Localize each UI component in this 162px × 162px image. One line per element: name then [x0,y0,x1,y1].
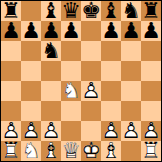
chess-board: ♜♝♛♚♝♞♜♟♟♟♟♟♟♟♞♞♘♟♙♟♙♟♙♟♙♟♙♟♙♟♙♜♖♞♘♝♗♛♕♚… [0,0,162,162]
square-c1[interactable]: ♝♗ [41,141,61,161]
square-h4[interactable] [141,81,161,101]
square-h6[interactable] [141,41,161,61]
piece-black-pawn[interactable]: ♟ [41,21,61,41]
square-f8[interactable]: ♝ [101,1,121,21]
square-g8[interactable]: ♞ [121,1,141,21]
piece-black-pawn[interactable]: ♟ [141,21,161,41]
square-g4[interactable] [121,81,141,101]
piece-outline: ♘ [21,141,41,161]
piece-outline: ♖ [141,141,161,161]
square-c4[interactable] [41,81,61,101]
square-c6[interactable]: ♞ [41,41,61,61]
square-g7[interactable]: ♟ [121,21,141,41]
piece-white-knight[interactable]: ♞♘ [61,81,81,101]
square-d3[interactable] [61,101,81,121]
square-d6[interactable] [61,41,81,61]
piece-outline: ♘ [61,81,81,101]
square-f1[interactable]: ♝♗ [101,141,121,161]
square-e7[interactable] [81,21,101,41]
piece-black-bishop[interactable]: ♝ [101,1,121,21]
piece-white-pawn[interactable]: ♟♙ [21,121,41,141]
piece-white-bishop[interactable]: ♝♗ [41,141,61,161]
piece-outline: ♔ [81,141,101,161]
square-e1[interactable]: ♚♔ [81,141,101,161]
piece-black-rook[interactable]: ♜ [1,1,21,21]
piece-outline: ♙ [21,121,41,141]
square-e6[interactable] [81,41,101,61]
square-a3[interactable] [1,101,21,121]
piece-outline: ♕ [61,141,81,161]
square-f5[interactable] [101,61,121,81]
square-e3[interactable] [81,101,101,121]
piece-black-pawn[interactable]: ♟ [101,21,121,41]
piece-black-pawn[interactable]: ♟ [121,21,141,41]
piece-white-king[interactable]: ♚♔ [81,141,101,161]
piece-black-knight[interactable]: ♞ [121,1,141,21]
square-c3[interactable] [41,101,61,121]
square-d8[interactable]: ♛ [61,1,81,21]
square-g5[interactable] [121,61,141,81]
square-d7[interactable]: ♟ [61,21,81,41]
piece-black-pawn[interactable]: ♟ [61,21,81,41]
square-d5[interactable] [61,61,81,81]
square-d1[interactable]: ♛♕ [61,141,81,161]
piece-white-pawn[interactable]: ♟♙ [41,121,61,141]
piece-white-pawn[interactable]: ♟♙ [1,121,21,141]
square-c8[interactable]: ♝ [41,1,61,21]
piece-outline: ♙ [121,121,141,141]
square-a7[interactable]: ♟ [1,21,21,41]
square-g6[interactable] [121,41,141,61]
piece-white-pawn[interactable]: ♟♙ [141,121,161,141]
piece-black-queen[interactable]: ♛ [61,1,81,21]
square-b7[interactable]: ♟ [21,21,41,41]
piece-white-pawn[interactable]: ♟♙ [101,121,121,141]
square-e2[interactable] [81,121,101,141]
chess-board-wrapper: ♜♝♛♚♝♞♜♟♟♟♟♟♟♟♞♞♘♟♙♟♙♟♙♟♙♟♙♟♙♟♙♜♖♞♘♝♗♛♕♚… [0,0,162,162]
square-a4[interactable] [1,81,21,101]
piece-black-knight[interactable]: ♞ [41,41,61,61]
piece-white-knight[interactable]: ♞♘ [21,141,41,161]
square-h8[interactable]: ♜ [141,1,161,21]
piece-outline: ♗ [101,141,121,161]
square-h7[interactable]: ♟ [141,21,161,41]
square-d4[interactable]: ♞♘ [61,81,81,101]
square-f7[interactable]: ♟ [101,21,121,41]
square-a1[interactable]: ♜♖ [1,141,21,161]
square-b1[interactable]: ♞♘ [21,141,41,161]
square-a5[interactable] [1,61,21,81]
square-f2[interactable]: ♟♙ [101,121,121,141]
piece-outline: ♙ [1,121,21,141]
square-c7[interactable]: ♟ [41,21,61,41]
square-f4[interactable] [101,81,121,101]
square-h2[interactable]: ♟♙ [141,121,161,141]
square-c2[interactable]: ♟♙ [41,121,61,141]
square-e4[interactable]: ♟♙ [81,81,101,101]
square-e5[interactable] [81,61,101,81]
square-b8[interactable] [21,1,41,21]
square-b5[interactable] [21,61,41,81]
square-a6[interactable] [1,41,21,61]
square-f6[interactable] [101,41,121,61]
piece-black-rook[interactable]: ♜ [141,1,161,21]
square-f3[interactable] [101,101,121,121]
square-a8[interactable]: ♜ [1,1,21,21]
square-b2[interactable]: ♟♙ [21,121,41,141]
piece-black-pawn[interactable]: ♟ [1,21,21,41]
piece-outline: ♙ [101,121,121,141]
square-a2[interactable]: ♟♙ [1,121,21,141]
square-b6[interactable] [21,41,41,61]
piece-white-bishop[interactable]: ♝♗ [101,141,121,161]
square-h1[interactable]: ♜♖ [141,141,161,161]
square-c5[interactable] [41,61,61,81]
square-b3[interactable] [21,101,41,121]
square-g3[interactable] [121,101,141,121]
piece-outline: ♙ [81,81,101,101]
square-h3[interactable] [141,101,161,121]
square-e8[interactable]: ♚ [81,1,101,21]
piece-white-queen[interactable]: ♛♕ [61,141,81,161]
piece-outline: ♗ [41,141,61,161]
square-g1[interactable] [121,141,141,161]
piece-white-pawn[interactable]: ♟♙ [121,121,141,141]
piece-outline: ♙ [41,121,61,141]
square-b4[interactable] [21,81,41,101]
square-h5[interactable] [141,61,161,81]
piece-white-rook[interactable]: ♜♖ [1,141,21,161]
piece-white-rook[interactable]: ♜♖ [141,141,161,161]
piece-black-pawn[interactable]: ♟ [21,21,41,41]
piece-black-bishop[interactable]: ♝ [41,1,61,21]
piece-white-pawn[interactable]: ♟♙ [81,81,101,101]
piece-outline: ♙ [141,121,161,141]
square-g2[interactable]: ♟♙ [121,121,141,141]
piece-outline: ♖ [1,141,21,161]
piece-black-king[interactable]: ♚ [81,1,101,21]
square-d2[interactable] [61,121,81,141]
